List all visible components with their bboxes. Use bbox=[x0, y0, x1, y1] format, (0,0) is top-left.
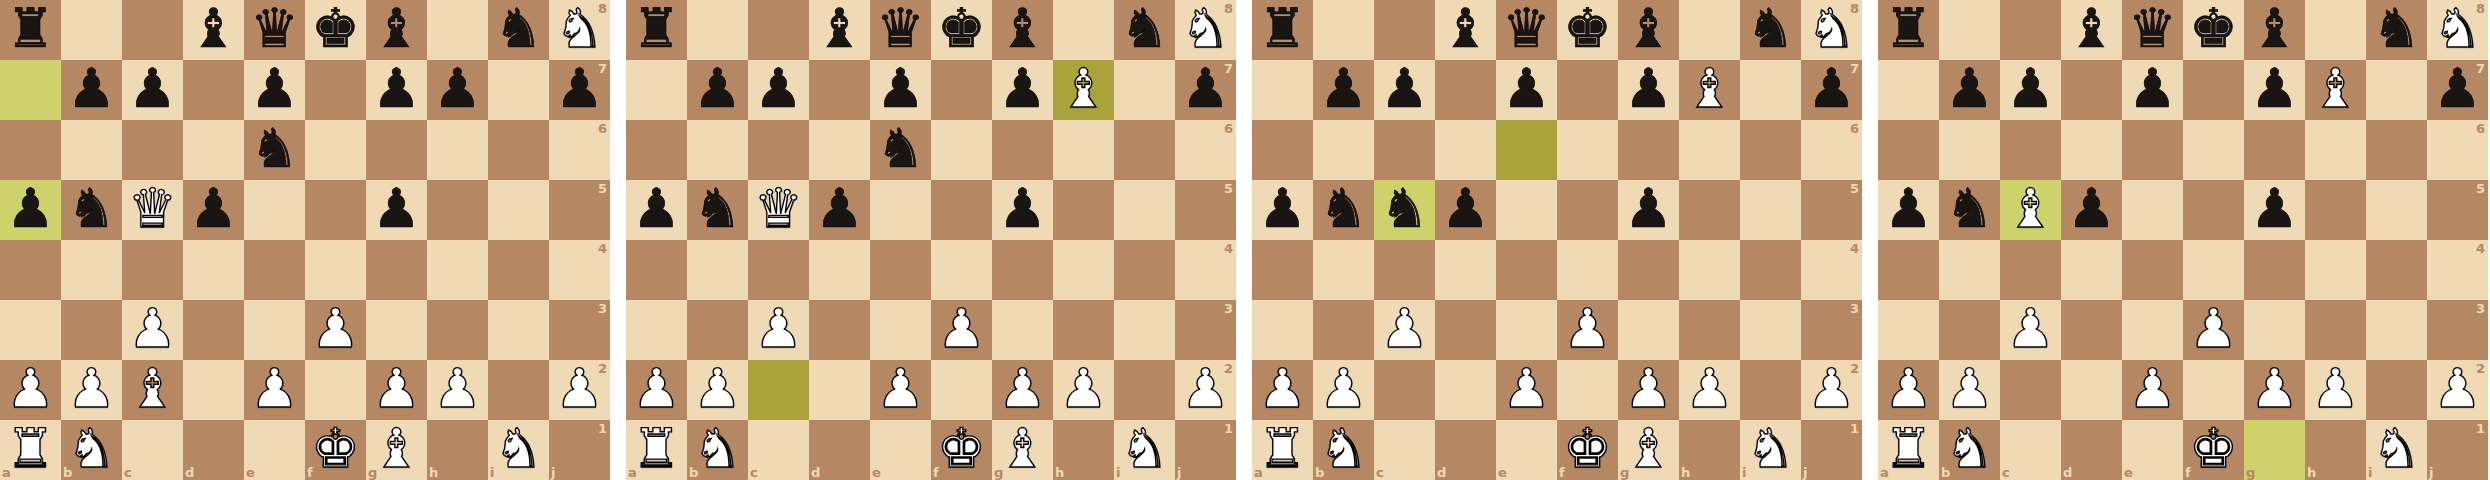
board-4-square-j3[interactable]: 3 bbox=[2427, 300, 2488, 360]
board-1-square-c3[interactable]: ♟ bbox=[122, 300, 183, 360]
board-1-square-e5[interactable] bbox=[244, 180, 305, 240]
board-1-square-f5[interactable] bbox=[305, 180, 366, 240]
board-2-square-e8[interactable]: ♛ bbox=[870, 0, 931, 60]
board-1-square-b3[interactable] bbox=[61, 300, 122, 360]
board-2-square-f2[interactable] bbox=[931, 360, 992, 420]
board-4-square-e7[interactable]: ♟ bbox=[2122, 60, 2183, 120]
board-3-square-j3[interactable]: 3 bbox=[1801, 300, 1862, 360]
board-4-square-b2[interactable]: ♟ bbox=[1939, 360, 2000, 420]
board-4-square-h6[interactable] bbox=[2305, 120, 2366, 180]
board-1-square-j7[interactable]: ♟7 bbox=[549, 60, 610, 120]
board-4-square-i3[interactable] bbox=[2366, 300, 2427, 360]
board-2-square-i8[interactable]: ♞ bbox=[1114, 0, 1175, 60]
board-2-square-e3[interactable] bbox=[870, 300, 931, 360]
board-3-square-a6[interactable] bbox=[1252, 120, 1313, 180]
board-4-square-j8[interactable]: ♞8 bbox=[2427, 0, 2488, 60]
board-4-square-i5[interactable] bbox=[2366, 180, 2427, 240]
board-4-square-b3[interactable] bbox=[1939, 300, 2000, 360]
board-1-square-f8[interactable]: ♚ bbox=[305, 0, 366, 60]
board-1-square-g7[interactable]: ♟ bbox=[366, 60, 427, 120]
board-2-square-b4[interactable] bbox=[687, 240, 748, 300]
board-3-square-b7[interactable]: ♟ bbox=[1313, 60, 1374, 120]
board-3-square-d3[interactable] bbox=[1435, 300, 1496, 360]
board-1-square-j1[interactable]: j1 bbox=[549, 420, 610, 480]
board-4-square-a3[interactable] bbox=[1878, 300, 1939, 360]
board-1-square-a1[interactable]: ♜a bbox=[0, 420, 61, 480]
board-2-square-j6[interactable]: 6 bbox=[1175, 120, 1236, 180]
board-4-square-c5[interactable]: ♝ bbox=[2000, 180, 2061, 240]
board-1-square-e6[interactable]: ♞ bbox=[244, 120, 305, 180]
board-1-square-j4[interactable]: 4 bbox=[549, 240, 610, 300]
board-2-square-c6[interactable] bbox=[748, 120, 809, 180]
board-4-square-g7[interactable]: ♟ bbox=[2244, 60, 2305, 120]
board-3-square-j1[interactable]: j1 bbox=[1801, 420, 1862, 480]
board-2-square-h5[interactable] bbox=[1053, 180, 1114, 240]
board-3-square-h2[interactable]: ♟ bbox=[1679, 360, 1740, 420]
board-2-square-b8[interactable] bbox=[687, 0, 748, 60]
board-4-square-g6[interactable] bbox=[2244, 120, 2305, 180]
board-3-square-e6[interactable] bbox=[1496, 120, 1557, 180]
board-2-square-j4[interactable]: 4 bbox=[1175, 240, 1236, 300]
board-4-square-f2[interactable] bbox=[2183, 360, 2244, 420]
board-2-square-f7[interactable] bbox=[931, 60, 992, 120]
board-3-square-a2[interactable]: ♟ bbox=[1252, 360, 1313, 420]
board-1-square-f7[interactable] bbox=[305, 60, 366, 120]
board-2-square-h3[interactable] bbox=[1053, 300, 1114, 360]
board-1-square-c6[interactable] bbox=[122, 120, 183, 180]
board-4-square-h1[interactable]: h bbox=[2305, 420, 2366, 480]
board-4-square-c7[interactable]: ♟ bbox=[2000, 60, 2061, 120]
board-4-square-j4[interactable]: 4 bbox=[2427, 240, 2488, 300]
board-4-square-i1[interactable]: ♞i bbox=[2366, 420, 2427, 480]
board-2-square-f5[interactable] bbox=[931, 180, 992, 240]
board-4-square-c2[interactable] bbox=[2000, 360, 2061, 420]
board-3-square-j7[interactable]: ♟7 bbox=[1801, 60, 1862, 120]
board-1-square-b5[interactable]: ♞ bbox=[61, 180, 122, 240]
board-3-square-h7[interactable]: ♝ bbox=[1679, 60, 1740, 120]
board-4-square-a2[interactable]: ♟ bbox=[1878, 360, 1939, 420]
board-1-square-h1[interactable]: h bbox=[427, 420, 488, 480]
board-4-square-b7[interactable]: ♟ bbox=[1939, 60, 2000, 120]
board-2-square-a1[interactable]: ♜a bbox=[626, 420, 687, 480]
board-3-square-d6[interactable] bbox=[1435, 120, 1496, 180]
board-1-square-e2[interactable]: ♟ bbox=[244, 360, 305, 420]
board-3-square-g6[interactable] bbox=[1618, 120, 1679, 180]
board-3-square-i8[interactable]: ♞ bbox=[1740, 0, 1801, 60]
board-1-square-b4[interactable] bbox=[61, 240, 122, 300]
board-1-square-i6[interactable] bbox=[488, 120, 549, 180]
board-4-square-b4[interactable] bbox=[1939, 240, 2000, 300]
board-1-square-b2[interactable]: ♟ bbox=[61, 360, 122, 420]
board-1-square-a2[interactable]: ♟ bbox=[0, 360, 61, 420]
board-2-square-b5[interactable]: ♞ bbox=[687, 180, 748, 240]
board-3-square-f1[interactable]: ♚f bbox=[1557, 420, 1618, 480]
board-3-square-g5[interactable]: ♟ bbox=[1618, 180, 1679, 240]
board-3-square-e7[interactable]: ♟ bbox=[1496, 60, 1557, 120]
board-4-square-b1[interactable]: ♞b bbox=[1939, 420, 2000, 480]
board-3-square-a4[interactable] bbox=[1252, 240, 1313, 300]
board-3-square-g2[interactable]: ♟ bbox=[1618, 360, 1679, 420]
board-3-square-b1[interactable]: ♞b bbox=[1313, 420, 1374, 480]
board-2-square-f3[interactable]: ♟ bbox=[931, 300, 992, 360]
board-1-square-j6[interactable]: 6 bbox=[549, 120, 610, 180]
board-3-square-d2[interactable] bbox=[1435, 360, 1496, 420]
board-2-square-c2[interactable] bbox=[748, 360, 809, 420]
board-3-square-f5[interactable] bbox=[1557, 180, 1618, 240]
board-2-square-g6[interactable] bbox=[992, 120, 1053, 180]
board-2-square-j7[interactable]: ♟7 bbox=[1175, 60, 1236, 120]
board-2-square-d1[interactable]: d bbox=[809, 420, 870, 480]
board-4-square-e2[interactable]: ♟ bbox=[2122, 360, 2183, 420]
board-2-square-c1[interactable]: c bbox=[748, 420, 809, 480]
board-3-square-b8[interactable] bbox=[1313, 0, 1374, 60]
board-4-square-f1[interactable]: ♚f bbox=[2183, 420, 2244, 480]
board-1-square-a4[interactable] bbox=[0, 240, 61, 300]
board-4-square-a1[interactable]: ♜a bbox=[1878, 420, 1939, 480]
board-1-square-d2[interactable] bbox=[183, 360, 244, 420]
board-1-square-h2[interactable]: ♟ bbox=[427, 360, 488, 420]
board-3-square-c5[interactable]: ♞ bbox=[1374, 180, 1435, 240]
board-4-square-b6[interactable] bbox=[1939, 120, 2000, 180]
board-1-square-g6[interactable] bbox=[366, 120, 427, 180]
board-1-square-f3[interactable]: ♟ bbox=[305, 300, 366, 360]
board-3-square-h8[interactable] bbox=[1679, 0, 1740, 60]
board-3-square-i6[interactable] bbox=[1740, 120, 1801, 180]
board-4-square-h5[interactable] bbox=[2305, 180, 2366, 240]
board-3-square-e5[interactable] bbox=[1496, 180, 1557, 240]
board-4-square-h2[interactable]: ♟ bbox=[2305, 360, 2366, 420]
board-1-square-g5[interactable]: ♟ bbox=[366, 180, 427, 240]
board-4-square-d1[interactable]: d bbox=[2061, 420, 2122, 480]
board-1-square-e8[interactable]: ♛ bbox=[244, 0, 305, 60]
board-1-square-h4[interactable] bbox=[427, 240, 488, 300]
board-4-square-c8[interactable] bbox=[2000, 0, 2061, 60]
board-4-square-i8[interactable]: ♞ bbox=[2366, 0, 2427, 60]
board-4-square-e5[interactable] bbox=[2122, 180, 2183, 240]
board-4-square-d7[interactable] bbox=[2061, 60, 2122, 120]
board-4-square-g2[interactable]: ♟ bbox=[2244, 360, 2305, 420]
board-4-square-c1[interactable]: c bbox=[2000, 420, 2061, 480]
board-2-square-g2[interactable]: ♟ bbox=[992, 360, 1053, 420]
board-2-square-j8[interactable]: ♞8 bbox=[1175, 0, 1236, 60]
board-2-square-g8[interactable]: ♝ bbox=[992, 0, 1053, 60]
board-3-square-e3[interactable] bbox=[1496, 300, 1557, 360]
board-2-square-g4[interactable] bbox=[992, 240, 1053, 300]
board-3-square-i5[interactable] bbox=[1740, 180, 1801, 240]
board-2-square-d8[interactable]: ♝ bbox=[809, 0, 870, 60]
board-2-square-c8[interactable] bbox=[748, 0, 809, 60]
board-1-square-i4[interactable] bbox=[488, 240, 549, 300]
board-2-square-j1[interactable]: j1 bbox=[1175, 420, 1236, 480]
board-2-square-a2[interactable]: ♟ bbox=[626, 360, 687, 420]
board-1-square-j3[interactable]: 3 bbox=[549, 300, 610, 360]
board-4-square-d4[interactable] bbox=[2061, 240, 2122, 300]
board-4-square-d8[interactable]: ♝ bbox=[2061, 0, 2122, 60]
board-4-square-g8[interactable]: ♝ bbox=[2244, 0, 2305, 60]
board-2-square-c3[interactable]: ♟ bbox=[748, 300, 809, 360]
board-1-square-e3[interactable] bbox=[244, 300, 305, 360]
board-4-square-e6[interactable] bbox=[2122, 120, 2183, 180]
board-2-square-c5[interactable]: ♛ bbox=[748, 180, 809, 240]
board-4-square-i6[interactable] bbox=[2366, 120, 2427, 180]
board-4-square-f4[interactable] bbox=[2183, 240, 2244, 300]
board-2-square-h1[interactable]: h bbox=[1053, 420, 1114, 480]
board-1-square-i2[interactable] bbox=[488, 360, 549, 420]
board-4-square-e3[interactable] bbox=[2122, 300, 2183, 360]
board-3-square-c7[interactable]: ♟ bbox=[1374, 60, 1435, 120]
board-2-square-d3[interactable] bbox=[809, 300, 870, 360]
board-3-square-d1[interactable]: d bbox=[1435, 420, 1496, 480]
board-2-square-g3[interactable] bbox=[992, 300, 1053, 360]
board-4-square-c3[interactable]: ♟ bbox=[2000, 300, 2061, 360]
board-3-square-g8[interactable]: ♝ bbox=[1618, 0, 1679, 60]
board-1-square-g4[interactable] bbox=[366, 240, 427, 300]
board-3-square-i3[interactable] bbox=[1740, 300, 1801, 360]
board-3-square-f8[interactable]: ♚ bbox=[1557, 0, 1618, 60]
board-1-square-i1[interactable]: ♞i bbox=[488, 420, 549, 480]
board-2-square-c4[interactable] bbox=[748, 240, 809, 300]
board-2-square-g5[interactable]: ♟ bbox=[992, 180, 1053, 240]
board-2-square-f1[interactable]: ♚f bbox=[931, 420, 992, 480]
board-2-square-b3[interactable] bbox=[687, 300, 748, 360]
board-4-square-c6[interactable] bbox=[2000, 120, 2061, 180]
board-3-square-f2[interactable] bbox=[1557, 360, 1618, 420]
board-1-square-e7[interactable]: ♟ bbox=[244, 60, 305, 120]
board-1-square-c2[interactable]: ♝ bbox=[122, 360, 183, 420]
board-1-square-i3[interactable] bbox=[488, 300, 549, 360]
board-3-square-a8[interactable]: ♜ bbox=[1252, 0, 1313, 60]
board-1-square-f4[interactable] bbox=[305, 240, 366, 300]
board-3-square-b4[interactable] bbox=[1313, 240, 1374, 300]
board-4-square-j7[interactable]: ♟7 bbox=[2427, 60, 2488, 120]
board-1-square-i7[interactable] bbox=[488, 60, 549, 120]
board-2-square-f6[interactable] bbox=[931, 120, 992, 180]
board-4-square-e1[interactable]: e bbox=[2122, 420, 2183, 480]
board-1-square-i8[interactable]: ♞ bbox=[488, 0, 549, 60]
board-3-square-c1[interactable]: c bbox=[1374, 420, 1435, 480]
board-3-square-d7[interactable] bbox=[1435, 60, 1496, 120]
board-3-square-h3[interactable] bbox=[1679, 300, 1740, 360]
board-1-square-h6[interactable] bbox=[427, 120, 488, 180]
board-4-square-h4[interactable] bbox=[2305, 240, 2366, 300]
board-4-square-h7[interactable]: ♝ bbox=[2305, 60, 2366, 120]
board-4-square-d6[interactable] bbox=[2061, 120, 2122, 180]
board-1-square-a3[interactable] bbox=[0, 300, 61, 360]
board-3-square-c3[interactable]: ♟ bbox=[1374, 300, 1435, 360]
board-1-square-e1[interactable]: e bbox=[244, 420, 305, 480]
board-2-square-i5[interactable] bbox=[1114, 180, 1175, 240]
board-1-square-e4[interactable] bbox=[244, 240, 305, 300]
board-2-square-i7[interactable] bbox=[1114, 60, 1175, 120]
board-2-square-d4[interactable] bbox=[809, 240, 870, 300]
board-2-square-e2[interactable]: ♟ bbox=[870, 360, 931, 420]
board-4-square-j6[interactable]: 6 bbox=[2427, 120, 2488, 180]
board-1-square-d6[interactable] bbox=[183, 120, 244, 180]
board-2-square-a6[interactable] bbox=[626, 120, 687, 180]
board-4-square-j2[interactable]: ♟2 bbox=[2427, 360, 2488, 420]
board-4-square-j1[interactable]: j1 bbox=[2427, 420, 2488, 480]
board-3-square-j5[interactable]: 5 bbox=[1801, 180, 1862, 240]
board-3-square-j6[interactable]: 6 bbox=[1801, 120, 1862, 180]
board-2-square-h4[interactable] bbox=[1053, 240, 1114, 300]
board-1-square-g8[interactable]: ♝ bbox=[366, 0, 427, 60]
board-3-square-h5[interactable] bbox=[1679, 180, 1740, 240]
board-1-square-g3[interactable] bbox=[366, 300, 427, 360]
board-3-square-b2[interactable]: ♟ bbox=[1313, 360, 1374, 420]
board-4-square-g3[interactable] bbox=[2244, 300, 2305, 360]
board-3-square-a5[interactable]: ♟ bbox=[1252, 180, 1313, 240]
board-3-square-j2[interactable]: ♟2 bbox=[1801, 360, 1862, 420]
board-1-square-c7[interactable]: ♟ bbox=[122, 60, 183, 120]
board-1-square-h3[interactable] bbox=[427, 300, 488, 360]
board-3-square-h4[interactable] bbox=[1679, 240, 1740, 300]
board-1-square-b1[interactable]: ♞b bbox=[61, 420, 122, 480]
board-3-square-g3[interactable] bbox=[1618, 300, 1679, 360]
board-2-square-b7[interactable]: ♟ bbox=[687, 60, 748, 120]
board-2-square-a8[interactable]: ♜ bbox=[626, 0, 687, 60]
board-3-square-i2[interactable] bbox=[1740, 360, 1801, 420]
board-1-square-a5[interactable]: ♟ bbox=[0, 180, 61, 240]
board-1-square-f2[interactable] bbox=[305, 360, 366, 420]
board-2-square-b2[interactable]: ♟ bbox=[687, 360, 748, 420]
board-2-square-e5[interactable] bbox=[870, 180, 931, 240]
board-3-square-e8[interactable]: ♛ bbox=[1496, 0, 1557, 60]
board-1-square-d8[interactable]: ♝ bbox=[183, 0, 244, 60]
board-1-square-j8[interactable]: ♞8 bbox=[549, 0, 610, 60]
board-1-square-b6[interactable] bbox=[61, 120, 122, 180]
board-3-square-c2[interactable] bbox=[1374, 360, 1435, 420]
board-3-square-g1[interactable]: ♝g bbox=[1618, 420, 1679, 480]
board-1-square-c1[interactable]: c bbox=[122, 420, 183, 480]
board-4-square-f3[interactable]: ♟ bbox=[2183, 300, 2244, 360]
board-3-square-g4[interactable] bbox=[1618, 240, 1679, 300]
board-3-square-a3[interactable] bbox=[1252, 300, 1313, 360]
board-2-square-a3[interactable] bbox=[626, 300, 687, 360]
board-3-square-f7[interactable] bbox=[1557, 60, 1618, 120]
board-1-square-d7[interactable] bbox=[183, 60, 244, 120]
board-2-square-i2[interactable] bbox=[1114, 360, 1175, 420]
board-2-square-f8[interactable]: ♚ bbox=[931, 0, 992, 60]
board-2-square-b1[interactable]: ♞b bbox=[687, 420, 748, 480]
board-2-square-i4[interactable] bbox=[1114, 240, 1175, 300]
board-4-square-e4[interactable] bbox=[2122, 240, 2183, 300]
board-3-square-a1[interactable]: ♜a bbox=[1252, 420, 1313, 480]
board-2-square-d6[interactable] bbox=[809, 120, 870, 180]
board-4-square-i2[interactable] bbox=[2366, 360, 2427, 420]
board-2-square-i3[interactable] bbox=[1114, 300, 1175, 360]
board-1-square-d5[interactable]: ♟ bbox=[183, 180, 244, 240]
board-2-square-a5[interactable]: ♟ bbox=[626, 180, 687, 240]
board-4-square-a8[interactable]: ♜ bbox=[1878, 0, 1939, 60]
board-3-square-f4[interactable] bbox=[1557, 240, 1618, 300]
board-3-square-a7[interactable] bbox=[1252, 60, 1313, 120]
board-2-square-j2[interactable]: ♟2 bbox=[1175, 360, 1236, 420]
board-2-square-g7[interactable]: ♟ bbox=[992, 60, 1053, 120]
board-4-square-a6[interactable] bbox=[1878, 120, 1939, 180]
board-4-square-c4[interactable] bbox=[2000, 240, 2061, 300]
board-1-square-j5[interactable]: 5 bbox=[549, 180, 610, 240]
board-3-square-e1[interactable]: e bbox=[1496, 420, 1557, 480]
board-2-square-d7[interactable] bbox=[809, 60, 870, 120]
board-2-square-j3[interactable]: 3 bbox=[1175, 300, 1236, 360]
board-1-square-a7[interactable] bbox=[0, 60, 61, 120]
board-3-square-i1[interactable]: ♞i bbox=[1740, 420, 1801, 480]
board-4-square-f8[interactable]: ♚ bbox=[2183, 0, 2244, 60]
board-1-square-c5[interactable]: ♛ bbox=[122, 180, 183, 240]
board-3-square-d5[interactable]: ♟ bbox=[1435, 180, 1496, 240]
board-2-square-a4[interactable] bbox=[626, 240, 687, 300]
board-1-square-c4[interactable] bbox=[122, 240, 183, 300]
board-3-square-h1[interactable]: h bbox=[1679, 420, 1740, 480]
board-2-square-d2[interactable] bbox=[809, 360, 870, 420]
board-2-square-d5[interactable]: ♟ bbox=[809, 180, 870, 240]
board-3-square-j8[interactable]: ♞8 bbox=[1801, 0, 1862, 60]
board-4-square-d5[interactable]: ♟ bbox=[2061, 180, 2122, 240]
board-4-square-h8[interactable] bbox=[2305, 0, 2366, 60]
board-1-square-a6[interactable] bbox=[0, 120, 61, 180]
board-3-square-e4[interactable] bbox=[1496, 240, 1557, 300]
board-2-square-h7[interactable]: ♝ bbox=[1053, 60, 1114, 120]
board-2-square-i6[interactable] bbox=[1114, 120, 1175, 180]
board-4-square-f7[interactable] bbox=[2183, 60, 2244, 120]
board-3-square-b3[interactable] bbox=[1313, 300, 1374, 360]
board-1-square-c8[interactable] bbox=[122, 0, 183, 60]
board-3-square-i7[interactable] bbox=[1740, 60, 1801, 120]
board-3-square-c8[interactable] bbox=[1374, 0, 1435, 60]
board-4-square-f6[interactable] bbox=[2183, 120, 2244, 180]
board-2-square-a7[interactable] bbox=[626, 60, 687, 120]
board-1-square-g1[interactable]: ♝g bbox=[366, 420, 427, 480]
board-2-square-h2[interactable]: ♟ bbox=[1053, 360, 1114, 420]
board-2-square-j5[interactable]: 5 bbox=[1175, 180, 1236, 240]
board-1-square-h8[interactable] bbox=[427, 0, 488, 60]
board-4-square-a7[interactable] bbox=[1878, 60, 1939, 120]
board-2-square-i1[interactable]: ♞i bbox=[1114, 420, 1175, 480]
board-4-square-d3[interactable] bbox=[2061, 300, 2122, 360]
board-2-square-e4[interactable] bbox=[870, 240, 931, 300]
board-1-square-h7[interactable]: ♟ bbox=[427, 60, 488, 120]
board-1-square-j2[interactable]: ♟2 bbox=[549, 360, 610, 420]
board-2-square-h8[interactable] bbox=[1053, 0, 1114, 60]
board-2-square-b6[interactable] bbox=[687, 120, 748, 180]
board-1-square-f6[interactable] bbox=[305, 120, 366, 180]
board-4-square-g4[interactable] bbox=[2244, 240, 2305, 300]
board-3-square-c4[interactable] bbox=[1374, 240, 1435, 300]
board-1-square-b7[interactable]: ♟ bbox=[61, 60, 122, 120]
board-4-square-a5[interactable]: ♟ bbox=[1878, 180, 1939, 240]
board-2-square-h6[interactable] bbox=[1053, 120, 1114, 180]
board-1-square-d4[interactable] bbox=[183, 240, 244, 300]
board-3-square-j4[interactable]: 4 bbox=[1801, 240, 1862, 300]
board-3-square-f3[interactable]: ♟ bbox=[1557, 300, 1618, 360]
board-2-square-e1[interactable]: e bbox=[870, 420, 931, 480]
board-3-square-g7[interactable]: ♟ bbox=[1618, 60, 1679, 120]
board-2-square-g1[interactable]: ♝g bbox=[992, 420, 1053, 480]
board-1-square-i5[interactable] bbox=[488, 180, 549, 240]
board-4-square-i7[interactable] bbox=[2366, 60, 2427, 120]
board-1-square-d3[interactable] bbox=[183, 300, 244, 360]
board-4-square-b8[interactable] bbox=[1939, 0, 2000, 60]
board-4-square-g5[interactable]: ♟ bbox=[2244, 180, 2305, 240]
board-3-square-i4[interactable] bbox=[1740, 240, 1801, 300]
board-2-square-c7[interactable]: ♟ bbox=[748, 60, 809, 120]
board-4-square-h3[interactable] bbox=[2305, 300, 2366, 360]
board-1-square-d1[interactable]: d bbox=[183, 420, 244, 480]
board-4-square-e8[interactable]: ♛ bbox=[2122, 0, 2183, 60]
board-3-square-f6[interactable] bbox=[1557, 120, 1618, 180]
board-4-square-i4[interactable] bbox=[2366, 240, 2427, 300]
board-1-square-h5[interactable] bbox=[427, 180, 488, 240]
